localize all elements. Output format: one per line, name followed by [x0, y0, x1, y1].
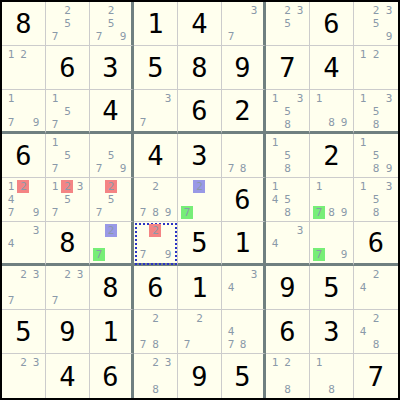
cell-r2c7[interactable]: 7: [266, 46, 310, 90]
cell-r9c3[interactable]: 6: [90, 354, 134, 398]
candidate-5[interactable]: 5: [105, 193, 117, 206]
candidate-9[interactable]: 9: [338, 206, 350, 219]
cell-r1c2[interactable]: 257: [46, 2, 90, 46]
cell-r2c5[interactable]: 8: [178, 46, 222, 90]
candidate-7[interactable]: 7: [49, 30, 61, 43]
candidate-7[interactable]: 7: [49, 118, 61, 131]
candidate-7[interactable]: 7: [93, 30, 105, 43]
pencil-spot-4: [357, 105, 370, 118]
cell-r9c7[interactable]: 128: [266, 354, 310, 398]
pencil-marks: 237: [2, 266, 45, 309]
candidate-4[interactable]: 4: [269, 193, 281, 206]
candidate-2[interactable]: 2: [193, 312, 205, 325]
pencil-spot-4: [357, 17, 370, 30]
pencil-spot-6: [30, 61, 42, 74]
cell-r7c8[interactable]: 5: [310, 266, 354, 310]
pencil-spot-5: 5: [281, 105, 293, 118]
cell-r1c8[interactable]: 6: [310, 2, 354, 46]
cell-r8c7[interactable]: 6: [266, 310, 310, 354]
candidate-9[interactable]: 9: [383, 162, 395, 175]
pencil-spot-9: [162, 338, 174, 351]
candidate-8[interactable]: 8: [370, 338, 382, 351]
pencil-spot-4: 4: [5, 237, 17, 250]
pencil-spot-6: [248, 17, 260, 30]
candidate-7[interactable]: 7: [181, 338, 193, 351]
candidate-8[interactable]: 8: [370, 118, 382, 131]
candidate-2[interactable]: 2: [370, 312, 382, 325]
candidate-1[interactable]: 1: [5, 48, 17, 61]
candidate-3[interactable]: 3: [30, 224, 42, 237]
candidate-7[interactable]: 7: [49, 206, 61, 219]
candidate-3[interactable]: 3: [248, 268, 260, 281]
candidate-7[interactable]: 7: [225, 338, 237, 351]
pencil-marks: 1589: [354, 134, 398, 177]
pencil-spot-1: [225, 268, 237, 281]
candidate-5[interactable]: 5: [281, 17, 293, 30]
pencil-spot-2: 2: [149, 356, 161, 369]
pencil-spot-5: 5: [105, 149, 117, 162]
candidate-7[interactable]: 7: [137, 206, 149, 219]
cell-r4c2[interactable]: 157: [46, 134, 90, 178]
candidate-4[interactable]: 4: [5, 237, 17, 250]
candidate-2[interactable]: 2: [149, 356, 161, 369]
candidate-1[interactable]: 1: [49, 136, 61, 149]
cell-r2c3[interactable]: 3: [90, 46, 134, 90]
pencil-spot-9: 9: [30, 206, 42, 219]
pencil-spot-3: [294, 136, 306, 149]
candidate-1[interactable]: 1: [313, 92, 325, 105]
cell-r7c9[interactable]: 24: [354, 266, 398, 310]
candidate-1[interactable]: 1: [269, 356, 281, 369]
pencil-spot-1: [137, 180, 149, 193]
candidate-3[interactable]: 3: [74, 268, 86, 281]
cell-r5c7[interactable]: 1458: [266, 178, 310, 222]
candidate-1[interactable]: 1: [49, 180, 61, 193]
candidate-4[interactable]: 4: [357, 325, 369, 338]
cell-r2c6[interactable]: 9: [222, 46, 266, 90]
cell-r2c8[interactable]: 4: [310, 46, 354, 90]
candidate-5[interactable]: 5: [281, 149, 293, 162]
candidate-8[interactable]: 8: [281, 162, 293, 175]
cell-r1c6[interactable]: 37: [222, 2, 266, 46]
cell-r6c5[interactable]: 5: [178, 222, 222, 266]
pencil-spot-2: [325, 224, 337, 236]
candidate-8[interactable]: 8: [149, 206, 161, 219]
candidate-7[interactable]: 7: [137, 248, 149, 261]
candidate-9[interactable]: 9: [117, 162, 129, 175]
pencil-spot-1: [225, 4, 237, 17]
candidate-5[interactable]: 5: [105, 149, 117, 162]
cell-r8c2[interactable]: 9: [46, 310, 90, 354]
cell-r3c8[interactable]: 189: [310, 90, 354, 134]
pencil-spot-8: [149, 248, 161, 261]
candidate-9[interactable]: 9: [162, 248, 174, 261]
cell-r4c4[interactable]: 4: [134, 134, 178, 178]
cell-r2c1[interactable]: 12: [2, 46, 46, 90]
candidate-2[interactable]: 2: [61, 180, 73, 193]
cell-r7c2[interactable]: 237: [46, 266, 90, 310]
pencil-spot-4: [137, 105, 149, 116]
pencil-spot-3: 3: [382, 4, 395, 17]
candidate-5[interactable]: 5: [61, 105, 73, 118]
candidate-4[interactable]: 4: [225, 325, 237, 338]
cell-r5c3[interactable]: 257: [90, 178, 134, 222]
candidate-8[interactable]: 8: [237, 338, 249, 351]
candidate-2[interactable]: 2: [149, 224, 161, 237]
candidate-7[interactable]: 7: [5, 116, 17, 129]
given-digit: 4: [134, 134, 177, 177]
pencil-spot-2: [105, 136, 117, 149]
pencil-spot-4: [225, 17, 237, 30]
pencil-spot-1: 1: [269, 180, 281, 193]
pencil-spot-5: [105, 237, 117, 248]
cell-r9c5[interactable]: 9: [178, 354, 222, 398]
candidate-7[interactable]: 7: [313, 248, 325, 261]
candidate-3[interactable]: 3: [383, 180, 395, 193]
candidate-8[interactable]: 8: [237, 162, 249, 175]
cell-r5c1[interactable]: 12479: [2, 178, 46, 222]
candidate-1[interactable]: 1: [313, 180, 325, 193]
pencil-spot-7: [313, 383, 325, 396]
cell-r5c6[interactable]: 6: [222, 178, 266, 222]
cell-r7c3[interactable]: 8: [90, 266, 134, 310]
pencil-spot-6: [162, 369, 174, 382]
cell-r6c8[interactable]: 79: [310, 222, 354, 266]
cell-r9c1[interactable]: 23: [2, 354, 46, 398]
candidate-1[interactable]: 1: [269, 92, 281, 105]
given-digit: 7: [266, 46, 309, 89]
pencil-spot-3: [206, 312, 218, 325]
candidate-7[interactable]: 7: [5, 206, 17, 219]
candidate-1[interactable]: 1: [357, 136, 369, 149]
cell-r8c3[interactable]: 1: [90, 310, 134, 354]
candidate-1[interactable]: 1: [5, 92, 17, 105]
candidate-5[interactable]: 5: [61, 193, 73, 206]
candidate-5[interactable]: 5: [281, 105, 293, 118]
candidate-5[interactable]: 5: [370, 193, 382, 206]
candidate-3[interactable]: 3: [74, 180, 86, 193]
pencil-spot-3: 3: [74, 180, 86, 193]
candidate-1[interactable]: 1: [5, 180, 17, 193]
candidate-5[interactable]: 5: [370, 105, 382, 118]
cell-r1c3[interactable]: 2579: [90, 2, 134, 46]
cell-r4c9[interactable]: 1589: [354, 134, 398, 178]
candidate-7[interactable]: 7: [137, 116, 149, 129]
pencil-spot-2: 2: [149, 180, 161, 193]
cell-r3c5[interactable]: 6: [178, 90, 222, 134]
candidate-1[interactable]: 1: [357, 48, 369, 61]
pencil-spot-1: 1: [357, 48, 370, 61]
pencil-spot-7: 7: [49, 162, 61, 175]
pencil-spot-1: 1: [5, 92, 17, 105]
pencil-spot-1: 1: [313, 356, 325, 369]
cell-r4c8[interactable]: 2: [310, 134, 354, 178]
cell-r3c9[interactable]: 1358: [354, 90, 398, 134]
pencil-spot-4: [269, 149, 281, 162]
cell-r2c4[interactable]: 5: [134, 46, 178, 90]
given-digit: 9: [222, 46, 263, 89]
pencil-spot-8: 8: [370, 118, 383, 131]
candidate-1[interactable]: 1: [313, 356, 325, 369]
pencil-spot-3: 3: [248, 4, 260, 17]
candidate-2[interactable]: 2: [17, 356, 29, 369]
candidate-9[interactable]: 9: [162, 206, 174, 219]
candidate-8[interactable]: 8: [281, 118, 293, 131]
pencil-spot-9: [30, 74, 42, 87]
candidate-7[interactable]: 7: [313, 206, 325, 219]
pencil-spot-8: 8: [237, 162, 249, 175]
pencil-spot-5: [61, 281, 73, 294]
given-digit: 2: [222, 90, 263, 131]
pencil-spot-4: [93, 193, 105, 206]
cell-r5c8[interactable]: 1789: [310, 178, 354, 222]
pencil-spot-5: [237, 281, 248, 294]
cell-r3c6[interactable]: 2: [222, 90, 266, 134]
cell-r5c5[interactable]: 27: [178, 178, 222, 222]
candidate-2[interactable]: 2: [370, 268, 382, 281]
candidate-3[interactable]: 3: [294, 224, 306, 237]
pencil-spot-7: [225, 294, 237, 307]
candidate-1[interactable]: 1: [357, 180, 369, 193]
pencil-spot-7: 7: [93, 248, 105, 261]
candidate-8[interactable]: 8: [370, 162, 382, 175]
pencil-spot-4: [181, 325, 193, 338]
candidate-8[interactable]: 8: [281, 383, 293, 396]
pencil-marks: 248: [354, 310, 398, 353]
cell-r8c4[interactable]: 278: [134, 310, 178, 354]
candidate-7[interactable]: 7: [225, 162, 237, 175]
cell-r7c1[interactable]: 237: [2, 266, 46, 310]
candidate-4[interactable]: 4: [5, 193, 17, 206]
pencil-spot-9: [206, 206, 218, 219]
candidate-5[interactable]: 5: [370, 149, 382, 162]
candidate-1[interactable]: 1: [357, 92, 369, 105]
cell-r7c6[interactable]: 34: [222, 266, 266, 310]
cell-r9c2[interactable]: 4: [46, 354, 90, 398]
cell-r6c1[interactable]: 34: [2, 222, 46, 266]
cell-r7c5[interactable]: 1: [178, 266, 222, 310]
cell-r6c3[interactable]: 27: [90, 222, 134, 266]
candidate-8[interactable]: 8: [149, 338, 161, 351]
cell-r4c1[interactable]: 6: [2, 134, 46, 178]
cell-r8c6[interactable]: 478: [222, 310, 266, 354]
candidate-3[interactable]: 3: [30, 356, 42, 369]
candidate-7[interactable]: 7: [225, 30, 237, 43]
cell-r9c4[interactable]: 238: [134, 354, 178, 398]
candidate-7[interactable]: 7: [49, 294, 61, 307]
candidate-1[interactable]: 1: [269, 180, 281, 193]
cell-r1c4[interactable]: 1: [134, 2, 178, 46]
candidate-2[interactable]: 2: [61, 4, 73, 17]
candidate-2[interactable]: 2: [105, 224, 117, 237]
candidate-2[interactable]: 2: [17, 180, 29, 193]
pencil-spot-8: [281, 30, 293, 43]
pencil-spot-2: [237, 312, 249, 325]
cell-r3c2[interactable]: 157: [46, 90, 90, 134]
cell-r8c8[interactable]: 3: [310, 310, 354, 354]
candidate-1[interactable]: 1: [49, 92, 61, 105]
cell-r1c1[interactable]: 8: [2, 2, 46, 46]
cell-r7c4[interactable]: 6: [134, 266, 178, 310]
pencil-spot-6: [162, 105, 174, 116]
cell-r4c3[interactable]: 579: [90, 134, 134, 178]
candidate-9[interactable]: 9: [338, 248, 350, 261]
pencil-spot-2: 2: [370, 48, 383, 61]
pencil-spot-2: 2: [370, 268, 383, 281]
candidate-2[interactable]: 2: [281, 356, 293, 369]
candidate-9[interactable]: 9: [338, 116, 350, 129]
candidate-8[interactable]: 8: [281, 206, 293, 219]
cell-r6c7[interactable]: 34: [266, 222, 310, 266]
candidate-9[interactable]: 9: [30, 116, 42, 129]
candidate-7[interactable]: 7: [5, 294, 17, 307]
pencil-spot-7: 7: [93, 206, 105, 219]
pencil-spot-5: [325, 236, 337, 248]
cell-r5c2[interactable]: 12357: [46, 178, 90, 222]
candidate-7[interactable]: 7: [93, 206, 105, 219]
given-digit: 8: [2, 2, 45, 45]
candidate-7[interactable]: 7: [93, 162, 105, 175]
pencil-spot-6: [117, 237, 128, 248]
candidate-7[interactable]: 7: [93, 248, 105, 261]
pencil-spot-4: [137, 193, 149, 206]
candidate-3[interactable]: 3: [383, 92, 395, 105]
cell-r2c2[interactable]: 6: [46, 46, 90, 90]
pencil-spot-6: [338, 105, 350, 116]
cell-r6c6[interactable]: 1: [222, 222, 266, 266]
candidate-3[interactable]: 3: [294, 4, 306, 17]
candidate-4[interactable]: 4: [357, 281, 369, 294]
cell-r8c5[interactable]: 27: [178, 310, 222, 354]
pencil-spot-5: [17, 237, 29, 250]
pencil-spot-1: 1: [5, 180, 17, 193]
pencil-spot-4: 4: [225, 325, 237, 338]
pencil-spot-5: 5: [61, 17, 73, 30]
candidate-2[interactable]: 2: [193, 180, 205, 193]
candidate-8[interactable]: 8: [149, 383, 161, 396]
pencil-spot-7: 7: [93, 162, 105, 175]
pencil-spot-4: 4: [5, 193, 17, 206]
cell-r1c7[interactable]: 235: [266, 2, 310, 46]
cell-r6c4[interactable]: 279: [134, 222, 178, 266]
candidate-8[interactable]: 8: [325, 383, 337, 396]
given-digit: 6: [266, 310, 309, 353]
cell-r9c6[interactable]: 5: [222, 354, 266, 398]
pencil-spot-5: [370, 281, 383, 294]
cell-r6c9[interactable]: 6: [354, 222, 398, 266]
candidate-3[interactable]: 3: [30, 268, 42, 281]
candidate-4[interactable]: 4: [269, 237, 281, 250]
pencil-spot-8: [17, 116, 29, 129]
candidate-9[interactable]: 9: [117, 30, 129, 43]
candidate-5[interactable]: 5: [370, 17, 382, 30]
candidate-3[interactable]: 3: [248, 4, 260, 17]
candidate-1[interactable]: 1: [269, 136, 281, 149]
pencil-spot-3: 3: [382, 180, 395, 193]
pencil-spot-8: [370, 294, 383, 307]
cell-r9c9[interactable]: 7: [354, 354, 398, 398]
candidate-7[interactable]: 7: [181, 206, 193, 219]
pencil-spot-6: [382, 17, 395, 30]
candidate-2[interactable]: 2: [149, 312, 161, 325]
cell-r1c9[interactable]: 2359: [354, 2, 398, 46]
pencil-spot-3: [294, 180, 306, 193]
cell-r7c7[interactable]: 9: [266, 266, 310, 310]
cell-r4c7[interactable]: 158: [266, 134, 310, 178]
candidate-2[interactable]: 2: [281, 4, 293, 17]
cell-r5c4[interactable]: 2789: [134, 178, 178, 222]
candidate-2[interactable]: 2: [105, 4, 117, 17]
cell-r8c1[interactable]: 5: [2, 310, 46, 354]
candidate-9[interactable]: 9: [30, 206, 42, 219]
candidate-8[interactable]: 8: [325, 206, 337, 219]
candidate-5[interactable]: 5: [61, 149, 73, 162]
candidate-7[interactable]: 7: [49, 162, 61, 175]
candidate-5[interactable]: 5: [61, 17, 73, 30]
pencil-spot-8: 8: [370, 162, 383, 175]
candidate-2[interactable]: 2: [105, 180, 117, 193]
candidate-3[interactable]: 3: [383, 4, 395, 17]
cell-r9c8[interactable]: 18: [310, 354, 354, 398]
cell-r3c7[interactable]: 1358: [266, 90, 310, 134]
pencil-spot-8: [61, 206, 73, 219]
pencil-marks: 37: [222, 2, 263, 45]
pencil-marks: 78: [222, 134, 263, 177]
candidate-2[interactable]: 2: [17, 48, 29, 61]
pencil-spot-7: 7: [49, 30, 61, 43]
pencil-spot-6: [162, 325, 174, 338]
candidate-9[interactable]: 9: [383, 30, 395, 43]
cell-r1c5[interactable]: 4: [178, 2, 222, 46]
pencil-marks: 278: [134, 310, 177, 353]
pencil-spot-8: [325, 248, 337, 261]
candidate-4[interactable]: 4: [225, 281, 237, 294]
candidate-2[interactable]: 2: [149, 180, 161, 193]
cell-r5c9[interactable]: 1358: [354, 178, 398, 222]
candidate-5[interactable]: 5: [105, 17, 117, 30]
pencil-marks: 238: [134, 354, 177, 398]
candidate-8[interactable]: 8: [370, 206, 382, 219]
cell-r3c3[interactable]: 4: [90, 90, 134, 134]
cell-r2c9[interactable]: 12: [354, 46, 398, 90]
cell-r8c9[interactable]: 248: [354, 310, 398, 354]
candidate-2[interactable]: 2: [370, 48, 382, 61]
pencil-marks: 37: [134, 90, 177, 131]
candidate-2[interactable]: 2: [370, 4, 382, 17]
candidate-3[interactable]: 3: [162, 356, 174, 369]
candidate-3[interactable]: 3: [294, 92, 306, 105]
pencil-spot-7: 7: [137, 206, 149, 219]
pencil-spot-6: [294, 193, 306, 206]
candidate-5[interactable]: 5: [281, 193, 293, 206]
pencil-spot-4: [5, 105, 17, 116]
cell-r3c1[interactable]: 179: [2, 90, 46, 134]
cell-r6c2[interactable]: 8: [46, 222, 90, 266]
pencil-spot-7: 7: [137, 116, 149, 129]
candidate-7[interactable]: 7: [137, 338, 149, 351]
candidate-3[interactable]: 3: [162, 92, 174, 105]
candidate-2[interactable]: 2: [61, 268, 73, 281]
candidate-8[interactable]: 8: [325, 116, 337, 129]
pencil-spot-1: 1: [313, 180, 325, 193]
pencil-spot-6: [294, 369, 306, 382]
pencil-spot-6: [74, 105, 86, 118]
cell-r4c5[interactable]: 3: [178, 134, 222, 178]
pencil-spot-9: [117, 248, 128, 261]
candidate-2[interactable]: 2: [17, 268, 29, 281]
cell-r4c6[interactable]: 78: [222, 134, 266, 178]
cell-r3c4[interactable]: 37: [134, 90, 178, 134]
